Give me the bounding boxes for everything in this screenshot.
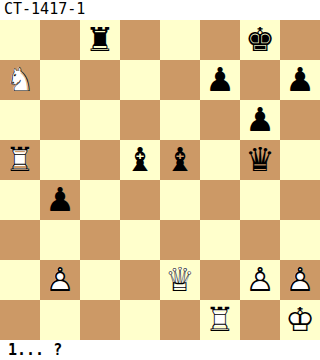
square-d3[interactable]: [120, 220, 160, 260]
square-h5[interactable]: [280, 140, 320, 180]
square-a4[interactable]: [0, 180, 40, 220]
move-prompt: 1... ?: [8, 341, 62, 359]
square-h8[interactable]: [280, 20, 320, 60]
black-queen-g5: ♛: [240, 140, 280, 180]
square-h6[interactable]: [280, 100, 320, 140]
square-f8[interactable]: [200, 20, 240, 60]
square-c7[interactable]: [80, 60, 120, 100]
square-c2[interactable]: [80, 260, 120, 300]
square-f3[interactable]: [200, 220, 240, 260]
square-b2[interactable]: ♟♙: [40, 260, 80, 300]
square-c3[interactable]: [80, 220, 120, 260]
puzzle-id: CT-1417-1: [4, 0, 85, 18]
square-b4[interactable]: ♟: [40, 180, 80, 220]
white-king-h1: ♚♔: [280, 300, 320, 340]
square-e3[interactable]: [160, 220, 200, 260]
square-f5[interactable]: [200, 140, 240, 180]
chess-board: ♜♚♞♘♟♟♟♜♖♝♝♛♟♟♙♛♕♟♙♟♙♜♖♚♔: [0, 20, 320, 340]
square-g4[interactable]: [240, 180, 280, 220]
square-a7[interactable]: ♞♘: [0, 60, 40, 100]
square-g1[interactable]: [240, 300, 280, 340]
square-f6[interactable]: [200, 100, 240, 140]
square-e4[interactable]: [160, 180, 200, 220]
square-b3[interactable]: [40, 220, 80, 260]
white-queen-e2: ♛♕: [160, 260, 200, 300]
square-a5[interactable]: ♜♖: [0, 140, 40, 180]
square-d6[interactable]: [120, 100, 160, 140]
chess-puzzle-app: CT-1417-1 ♜♚♞♘♟♟♟♜♖♝♝♛♟♟♙♛♕♟♙♟♙♜♖♚♔ 1...…: [0, 0, 320, 360]
piece-glyph: ♔: [280, 300, 320, 340]
white-rook-a5: ♜♖: [0, 140, 40, 180]
square-e8[interactable]: [160, 20, 200, 60]
square-e2[interactable]: ♛♕: [160, 260, 200, 300]
square-c1[interactable]: [80, 300, 120, 340]
piece-glyph: ♖: [200, 300, 240, 340]
square-f7[interactable]: ♟: [200, 60, 240, 100]
white-pawn-g2: ♟♙: [240, 260, 280, 300]
piece-glyph: ♘: [0, 60, 40, 100]
piece-glyph: ♙: [40, 260, 80, 300]
square-g3[interactable]: [240, 220, 280, 260]
black-bishop-d5: ♝: [120, 140, 160, 180]
square-e6[interactable]: [160, 100, 200, 140]
square-a3[interactable]: [0, 220, 40, 260]
square-h7[interactable]: ♟: [280, 60, 320, 100]
piece-glyph: ♙: [240, 260, 280, 300]
black-king-g8: ♚: [240, 20, 280, 60]
square-d2[interactable]: [120, 260, 160, 300]
square-b5[interactable]: [40, 140, 80, 180]
square-a2[interactable]: [0, 260, 40, 300]
square-e5[interactable]: ♝: [160, 140, 200, 180]
square-g6[interactable]: ♟: [240, 100, 280, 140]
square-b1[interactable]: [40, 300, 80, 340]
square-f4[interactable]: [200, 180, 240, 220]
square-e1[interactable]: [160, 300, 200, 340]
square-a1[interactable]: [0, 300, 40, 340]
white-knight-a7: ♞♘: [0, 60, 40, 100]
black-rook-c8: ♜: [80, 20, 120, 60]
square-d4[interactable]: [120, 180, 160, 220]
square-c6[interactable]: [80, 100, 120, 140]
square-d1[interactable]: [120, 300, 160, 340]
black-pawn-h7: ♟: [280, 60, 320, 100]
white-pawn-h2: ♟♙: [280, 260, 320, 300]
piece-glyph: ♙: [280, 260, 320, 300]
square-d7[interactable]: [120, 60, 160, 100]
square-b6[interactable]: [40, 100, 80, 140]
square-h3[interactable]: [280, 220, 320, 260]
square-h4[interactable]: [280, 180, 320, 220]
square-g8[interactable]: ♚: [240, 20, 280, 60]
footer: 1... ?: [0, 340, 320, 360]
square-b8[interactable]: [40, 20, 80, 60]
black-bishop-e5: ♝: [160, 140, 200, 180]
square-f2[interactable]: [200, 260, 240, 300]
piece-glyph: ♖: [0, 140, 40, 180]
black-pawn-f7: ♟: [200, 60, 240, 100]
square-b7[interactable]: [40, 60, 80, 100]
square-g2[interactable]: ♟♙: [240, 260, 280, 300]
white-rook-f1: ♜♖: [200, 300, 240, 340]
square-g5[interactable]: ♛: [240, 140, 280, 180]
square-e7[interactable]: [160, 60, 200, 100]
square-d8[interactable]: [120, 20, 160, 60]
square-a8[interactable]: [0, 20, 40, 60]
square-c8[interactable]: ♜: [80, 20, 120, 60]
black-pawn-b4: ♟: [40, 180, 80, 220]
square-h1[interactable]: ♚♔: [280, 300, 320, 340]
square-c4[interactable]: [80, 180, 120, 220]
square-h2[interactable]: ♟♙: [280, 260, 320, 300]
square-g7[interactable]: [240, 60, 280, 100]
square-a6[interactable]: [0, 100, 40, 140]
titlebar: CT-1417-1: [0, 0, 320, 20]
piece-glyph: ♕: [160, 260, 200, 300]
black-pawn-g6: ♟: [240, 100, 280, 140]
square-c5[interactable]: [80, 140, 120, 180]
white-pawn-b2: ♟♙: [40, 260, 80, 300]
square-f1[interactable]: ♜♖: [200, 300, 240, 340]
square-d5[interactable]: ♝: [120, 140, 160, 180]
